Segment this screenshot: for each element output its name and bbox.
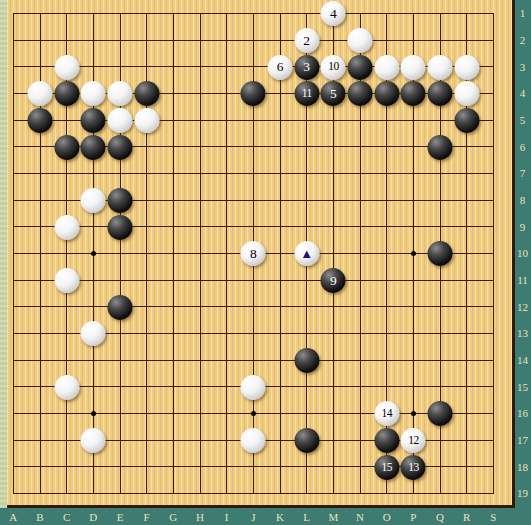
board-cell-G11[interactable]	[160, 267, 187, 294]
board-cell-S5[interactable]	[480, 107, 507, 134]
board-cell-P6[interactable]	[400, 133, 427, 160]
board-cell-G5[interactable]	[160, 107, 187, 134]
board-cell-G7[interactable]	[160, 160, 187, 187]
board-cell-A13[interactable]	[0, 320, 27, 347]
board-cell-F7[interactable]	[133, 160, 160, 187]
board-cell-C4[interactable]	[53, 80, 80, 107]
board-cell-L3[interactable]: 3	[293, 53, 320, 80]
board-cell-N19[interactable]	[347, 480, 374, 507]
board-cell-I16[interactable]	[213, 400, 240, 427]
board-cell-K9[interactable]	[267, 213, 294, 240]
board-cell-M6[interactable]	[320, 133, 347, 160]
board-cell-O14[interactable]	[373, 347, 400, 374]
board-cell-B10[interactable]	[27, 240, 54, 267]
board-cell-Q2[interactable]	[427, 27, 454, 54]
board-cell-D3[interactable]	[80, 53, 107, 80]
board-cell-B8[interactable]	[27, 187, 54, 214]
board-cell-G3[interactable]	[160, 53, 187, 80]
board-cell-Q18[interactable]	[427, 453, 454, 480]
board-cell-L1[interactable]	[293, 0, 320, 27]
board-cell-O6[interactable]	[373, 133, 400, 160]
board-cell-E9[interactable]	[107, 213, 134, 240]
board-cell-H16[interactable]	[187, 400, 214, 427]
board-cell-I14[interactable]	[213, 347, 240, 374]
board-cell-J19[interactable]	[240, 480, 267, 507]
board-cell-R18[interactable]	[453, 453, 480, 480]
board-cell-I5[interactable]	[213, 107, 240, 134]
board-cell-D15[interactable]	[80, 373, 107, 400]
board-cell-C16[interactable]	[53, 400, 80, 427]
board-cell-H7[interactable]	[187, 160, 214, 187]
board-cell-D1[interactable]	[80, 0, 107, 27]
board-cell-J4[interactable]	[240, 80, 267, 107]
board-cell-B13[interactable]	[27, 320, 54, 347]
board-cell-N16[interactable]	[347, 400, 374, 427]
board-cell-C5[interactable]	[53, 107, 80, 134]
board-cell-B18[interactable]	[27, 453, 54, 480]
board-cell-J11[interactable]	[240, 267, 267, 294]
board-cell-H14[interactable]	[187, 347, 214, 374]
board-cell-F11[interactable]	[133, 267, 160, 294]
board-cell-L17[interactable]	[293, 427, 320, 454]
board-cell-P13[interactable]	[400, 320, 427, 347]
board-cell-I12[interactable]	[213, 293, 240, 320]
board-cell-F18[interactable]	[133, 453, 160, 480]
board-cell-A19[interactable]	[0, 480, 27, 507]
board-cell-J9[interactable]	[240, 213, 267, 240]
board-cell-B7[interactable]	[27, 160, 54, 187]
board-cell-B9[interactable]	[27, 213, 54, 240]
board-cell-C15[interactable]	[53, 373, 80, 400]
board-cell-R13[interactable]	[453, 320, 480, 347]
board-cell-I17[interactable]	[213, 427, 240, 454]
board-cell-K16[interactable]	[267, 400, 294, 427]
board-cell-L11[interactable]	[293, 267, 320, 294]
board-cell-E3[interactable]	[107, 53, 134, 80]
board-cell-Q16[interactable]	[427, 400, 454, 427]
board-cell-G9[interactable]	[160, 213, 187, 240]
board-cell-M16[interactable]	[320, 400, 347, 427]
board-cell-R12[interactable]	[453, 293, 480, 320]
board-cell-O16[interactable]: 14	[373, 400, 400, 427]
board-cell-N5[interactable]	[347, 107, 374, 134]
board-cell-R14[interactable]	[453, 347, 480, 374]
board-cell-G4[interactable]	[160, 80, 187, 107]
board-cell-J14[interactable]	[240, 347, 267, 374]
board-cell-J10[interactable]: 8	[240, 240, 267, 267]
board-cell-Q6[interactable]	[427, 133, 454, 160]
board-cell-M13[interactable]	[320, 320, 347, 347]
board-cell-O2[interactable]	[373, 27, 400, 54]
board-cell-A2[interactable]	[0, 27, 27, 54]
board-cell-N12[interactable]	[347, 293, 374, 320]
board-cell-F8[interactable]	[133, 187, 160, 214]
board-cell-F16[interactable]	[133, 400, 160, 427]
board-cell-B2[interactable]	[27, 27, 54, 54]
board-cell-E17[interactable]	[107, 427, 134, 454]
board-cell-E19[interactable]	[107, 480, 134, 507]
board-cell-G6[interactable]	[160, 133, 187, 160]
board-cell-P19[interactable]	[400, 480, 427, 507]
board-cell-H12[interactable]	[187, 293, 214, 320]
board-cell-R17[interactable]	[453, 427, 480, 454]
board-cell-A1[interactable]	[0, 0, 27, 27]
board-cell-P2[interactable]	[400, 27, 427, 54]
board-cell-N6[interactable]	[347, 133, 374, 160]
board-cell-B14[interactable]	[27, 347, 54, 374]
board-cell-P16[interactable]	[400, 400, 427, 427]
board-cell-F6[interactable]	[133, 133, 160, 160]
board-cell-C17[interactable]	[53, 427, 80, 454]
board-cell-M18[interactable]	[320, 453, 347, 480]
board-cell-P7[interactable]	[400, 160, 427, 187]
board-cell-K19[interactable]	[267, 480, 294, 507]
board-cell-Q15[interactable]	[427, 373, 454, 400]
board-cell-A6[interactable]	[0, 133, 27, 160]
board-cell-D17[interactable]	[80, 427, 107, 454]
board-cell-P10[interactable]	[400, 240, 427, 267]
board-cell-F1[interactable]	[133, 0, 160, 27]
board-cell-H4[interactable]	[187, 80, 214, 107]
board-cell-Q10[interactable]	[427, 240, 454, 267]
board-cell-L18[interactable]	[293, 453, 320, 480]
board-cell-A12[interactable]	[0, 293, 27, 320]
board-cell-S12[interactable]	[480, 293, 507, 320]
board-cell-J17[interactable]	[240, 427, 267, 454]
board-cell-S17[interactable]	[480, 427, 507, 454]
board-cell-B1[interactable]	[27, 0, 54, 27]
board-cell-I15[interactable]	[213, 373, 240, 400]
board-cell-G18[interactable]	[160, 453, 187, 480]
board-cell-L8[interactable]	[293, 187, 320, 214]
board-cell-S14[interactable]	[480, 347, 507, 374]
board-cell-K8[interactable]	[267, 187, 294, 214]
board-cell-B16[interactable]	[27, 400, 54, 427]
board-cell-K3[interactable]: 6	[267, 53, 294, 80]
board-cell-N18[interactable]	[347, 453, 374, 480]
board-cell-N14[interactable]	[347, 347, 374, 374]
board-cell-Q5[interactable]	[427, 107, 454, 134]
board-cell-O7[interactable]	[373, 160, 400, 187]
board-cell-H13[interactable]	[187, 320, 214, 347]
board-cell-D6[interactable]	[80, 133, 107, 160]
board-cell-G13[interactable]	[160, 320, 187, 347]
board-cell-E7[interactable]	[107, 160, 134, 187]
board-cell-O19[interactable]	[373, 480, 400, 507]
board-cell-H18[interactable]	[187, 453, 214, 480]
board-cell-M4[interactable]: 5	[320, 80, 347, 107]
board-cell-D8[interactable]	[80, 187, 107, 214]
board-cell-Q3[interactable]	[427, 53, 454, 80]
board-cell-C19[interactable]	[53, 480, 80, 507]
board-cell-O5[interactable]	[373, 107, 400, 134]
board-cell-S2[interactable]	[480, 27, 507, 54]
board-cell-J2[interactable]	[240, 27, 267, 54]
board-cell-R4[interactable]	[453, 80, 480, 107]
board-cell-Q19[interactable]	[427, 480, 454, 507]
board-cell-E2[interactable]	[107, 27, 134, 54]
board-cell-G8[interactable]	[160, 187, 187, 214]
board-cell-Q7[interactable]	[427, 160, 454, 187]
board-cell-S9[interactable]	[480, 213, 507, 240]
board-cell-C18[interactable]	[53, 453, 80, 480]
board-cell-Q8[interactable]	[427, 187, 454, 214]
board-cell-R10[interactable]	[453, 240, 480, 267]
board-cell-E14[interactable]	[107, 347, 134, 374]
board-cell-I9[interactable]	[213, 213, 240, 240]
board-cell-M17[interactable]	[320, 427, 347, 454]
board-cell-I8[interactable]	[213, 187, 240, 214]
board-cell-S3[interactable]	[480, 53, 507, 80]
board-cell-P11[interactable]	[400, 267, 427, 294]
board-cell-S8[interactable]	[480, 187, 507, 214]
board-cell-P14[interactable]	[400, 347, 427, 374]
board-cell-H9[interactable]	[187, 213, 214, 240]
board-cell-Q9[interactable]	[427, 213, 454, 240]
board-cell-F5[interactable]	[133, 107, 160, 134]
board-cell-R7[interactable]	[453, 160, 480, 187]
board-cell-G1[interactable]	[160, 0, 187, 27]
board-cell-L15[interactable]	[293, 373, 320, 400]
board-cell-E4[interactable]	[107, 80, 134, 107]
board-cell-K4[interactable]	[267, 80, 294, 107]
board-cell-C9[interactable]	[53, 213, 80, 240]
board-cell-M10[interactable]	[320, 240, 347, 267]
board-cell-M3[interactable]: 10	[320, 53, 347, 80]
board-cell-S11[interactable]	[480, 267, 507, 294]
board-cell-B17[interactable]	[27, 427, 54, 454]
board-cell-A15[interactable]	[0, 373, 27, 400]
board-cell-J1[interactable]	[240, 0, 267, 27]
board-cell-H19[interactable]	[187, 480, 214, 507]
board-cell-K12[interactable]	[267, 293, 294, 320]
board-cell-M15[interactable]	[320, 373, 347, 400]
board-cell-I11[interactable]	[213, 267, 240, 294]
board-cell-G12[interactable]	[160, 293, 187, 320]
board-cell-O3[interactable]	[373, 53, 400, 80]
board-cell-H10[interactable]	[187, 240, 214, 267]
board-cell-H8[interactable]	[187, 187, 214, 214]
board-cell-G2[interactable]	[160, 27, 187, 54]
board-cell-A4[interactable]	[0, 80, 27, 107]
board-cell-I19[interactable]	[213, 480, 240, 507]
board-cell-H2[interactable]	[187, 27, 214, 54]
board-cell-J7[interactable]	[240, 160, 267, 187]
board-cell-Q13[interactable]	[427, 320, 454, 347]
board-cell-S18[interactable]	[480, 453, 507, 480]
board-cell-C6[interactable]	[53, 133, 80, 160]
board-cell-H3[interactable]	[187, 53, 214, 80]
board-cell-M11[interactable]: 9	[320, 267, 347, 294]
board-cell-R11[interactable]	[453, 267, 480, 294]
board-cell-N2[interactable]	[347, 27, 374, 54]
board-cell-F9[interactable]	[133, 213, 160, 240]
board-cell-E12[interactable]	[107, 293, 134, 320]
board-cell-N8[interactable]	[347, 187, 374, 214]
board-cell-R2[interactable]	[453, 27, 480, 54]
board-cell-J18[interactable]	[240, 453, 267, 480]
board-cell-C2[interactable]	[53, 27, 80, 54]
board-cell-F17[interactable]	[133, 427, 160, 454]
board-cell-P1[interactable]	[400, 0, 427, 27]
board-cell-P15[interactable]	[400, 373, 427, 400]
board-cell-M5[interactable]	[320, 107, 347, 134]
board-cell-R5[interactable]	[453, 107, 480, 134]
board-cell-R8[interactable]	[453, 187, 480, 214]
board-cell-K5[interactable]	[267, 107, 294, 134]
board-cell-D2[interactable]	[80, 27, 107, 54]
board-cell-R6[interactable]	[453, 133, 480, 160]
board-cell-J3[interactable]	[240, 53, 267, 80]
board-cell-S19[interactable]	[480, 480, 507, 507]
board-cell-F13[interactable]	[133, 320, 160, 347]
board-cell-I3[interactable]	[213, 53, 240, 80]
board-cell-E16[interactable]	[107, 400, 134, 427]
board-cell-A8[interactable]	[0, 187, 27, 214]
board-cell-S15[interactable]	[480, 373, 507, 400]
board-cell-D19[interactable]	[80, 480, 107, 507]
board-cell-R9[interactable]	[453, 213, 480, 240]
board-cell-D16[interactable]	[80, 400, 107, 427]
board-cell-E11[interactable]	[107, 267, 134, 294]
board-cell-M12[interactable]	[320, 293, 347, 320]
board-cell-Q14[interactable]	[427, 347, 454, 374]
board-cell-H1[interactable]	[187, 0, 214, 27]
board-cell-K13[interactable]	[267, 320, 294, 347]
board-cell-L12[interactable]	[293, 293, 320, 320]
board-cell-G10[interactable]	[160, 240, 187, 267]
board-cell-G15[interactable]	[160, 373, 187, 400]
board-cell-Q17[interactable]	[427, 427, 454, 454]
board-cell-B4[interactable]	[27, 80, 54, 107]
board-cell-K10[interactable]	[267, 240, 294, 267]
board-cell-F14[interactable]	[133, 347, 160, 374]
board-cell-J16[interactable]	[240, 400, 267, 427]
board-cell-S10[interactable]	[480, 240, 507, 267]
board-cell-F3[interactable]	[133, 53, 160, 80]
board-cell-A7[interactable]	[0, 160, 27, 187]
board-cell-I6[interactable]	[213, 133, 240, 160]
board-cell-J12[interactable]	[240, 293, 267, 320]
board-cell-P4[interactable]	[400, 80, 427, 107]
board-cell-L13[interactable]	[293, 320, 320, 347]
board-cell-R3[interactable]	[453, 53, 480, 80]
board-cell-N9[interactable]	[347, 213, 374, 240]
board-cell-O17[interactable]	[373, 427, 400, 454]
board-cell-K11[interactable]	[267, 267, 294, 294]
board-cell-M7[interactable]	[320, 160, 347, 187]
board-cell-A3[interactable]	[0, 53, 27, 80]
board-cell-E1[interactable]	[107, 0, 134, 27]
board-cell-N11[interactable]	[347, 267, 374, 294]
board-cell-H5[interactable]	[187, 107, 214, 134]
board-cell-A14[interactable]	[0, 347, 27, 374]
board-cell-K2[interactable]	[267, 27, 294, 54]
board-cell-L10[interactable]: ▲	[293, 240, 320, 267]
board-cell-E6[interactable]	[107, 133, 134, 160]
board-cell-D5[interactable]	[80, 107, 107, 134]
board-cell-D18[interactable]	[80, 453, 107, 480]
board-cell-M9[interactable]	[320, 213, 347, 240]
board-cell-M2[interactable]	[320, 27, 347, 54]
board-cell-A18[interactable]	[0, 453, 27, 480]
board-cell-D14[interactable]	[80, 347, 107, 374]
board-cell-P9[interactable]	[400, 213, 427, 240]
board-cell-B12[interactable]	[27, 293, 54, 320]
board-cell-A11[interactable]	[0, 267, 27, 294]
board-cell-A5[interactable]	[0, 107, 27, 134]
board-cell-O18[interactable]: 15	[373, 453, 400, 480]
board-cell-N10[interactable]	[347, 240, 374, 267]
board-cell-P5[interactable]	[400, 107, 427, 134]
board-cell-M1[interactable]: 4	[320, 0, 347, 27]
board-cell-O8[interactable]	[373, 187, 400, 214]
board-cell-J6[interactable]	[240, 133, 267, 160]
board-cell-S7[interactable]	[480, 160, 507, 187]
board-cell-E15[interactable]	[107, 373, 134, 400]
board-cell-B15[interactable]	[27, 373, 54, 400]
board-cell-M14[interactable]	[320, 347, 347, 374]
board-cell-S1[interactable]	[480, 0, 507, 27]
board-cell-E13[interactable]	[107, 320, 134, 347]
board-cell-P12[interactable]	[400, 293, 427, 320]
board-cell-C12[interactable]	[53, 293, 80, 320]
board-cell-C13[interactable]	[53, 320, 80, 347]
board-cell-I2[interactable]	[213, 27, 240, 54]
board-cell-I7[interactable]	[213, 160, 240, 187]
board-cell-P17[interactable]: 12	[400, 427, 427, 454]
board-cell-M8[interactable]	[320, 187, 347, 214]
board-cell-D7[interactable]	[80, 160, 107, 187]
board-cell-O9[interactable]	[373, 213, 400, 240]
board-cell-L16[interactable]	[293, 400, 320, 427]
board-cell-S13[interactable]	[480, 320, 507, 347]
board-cell-I18[interactable]	[213, 453, 240, 480]
board-cell-E10[interactable]	[107, 240, 134, 267]
board-cell-F15[interactable]	[133, 373, 160, 400]
board-cell-R19[interactable]	[453, 480, 480, 507]
board-cell-G19[interactable]	[160, 480, 187, 507]
board-cell-N17[interactable]	[347, 427, 374, 454]
board-cell-A17[interactable]	[0, 427, 27, 454]
board-cell-D11[interactable]	[80, 267, 107, 294]
board-cell-R15[interactable]	[453, 373, 480, 400]
board-cell-B19[interactable]	[27, 480, 54, 507]
board-cell-B3[interactable]	[27, 53, 54, 80]
board-cell-N3[interactable]	[347, 53, 374, 80]
board-cell-A9[interactable]	[0, 213, 27, 240]
board-cell-B6[interactable]	[27, 133, 54, 160]
board-cell-C7[interactable]	[53, 160, 80, 187]
board-cell-D12[interactable]	[80, 293, 107, 320]
board-cell-I13[interactable]	[213, 320, 240, 347]
board-cell-F10[interactable]	[133, 240, 160, 267]
board-cell-D13[interactable]	[80, 320, 107, 347]
board-cell-K17[interactable]	[267, 427, 294, 454]
board-cell-L9[interactable]	[293, 213, 320, 240]
board-cell-I1[interactable]	[213, 0, 240, 27]
board-cell-K7[interactable]	[267, 160, 294, 187]
board-cell-L7[interactable]	[293, 160, 320, 187]
board-cell-B5[interactable]	[27, 107, 54, 134]
board-cell-C1[interactable]	[53, 0, 80, 27]
board-cell-L19[interactable]	[293, 480, 320, 507]
board-cell-F2[interactable]	[133, 27, 160, 54]
board-cell-O15[interactable]	[373, 373, 400, 400]
board-cell-D9[interactable]	[80, 213, 107, 240]
board-cell-S16[interactable]	[480, 400, 507, 427]
board-cell-H11[interactable]	[187, 267, 214, 294]
